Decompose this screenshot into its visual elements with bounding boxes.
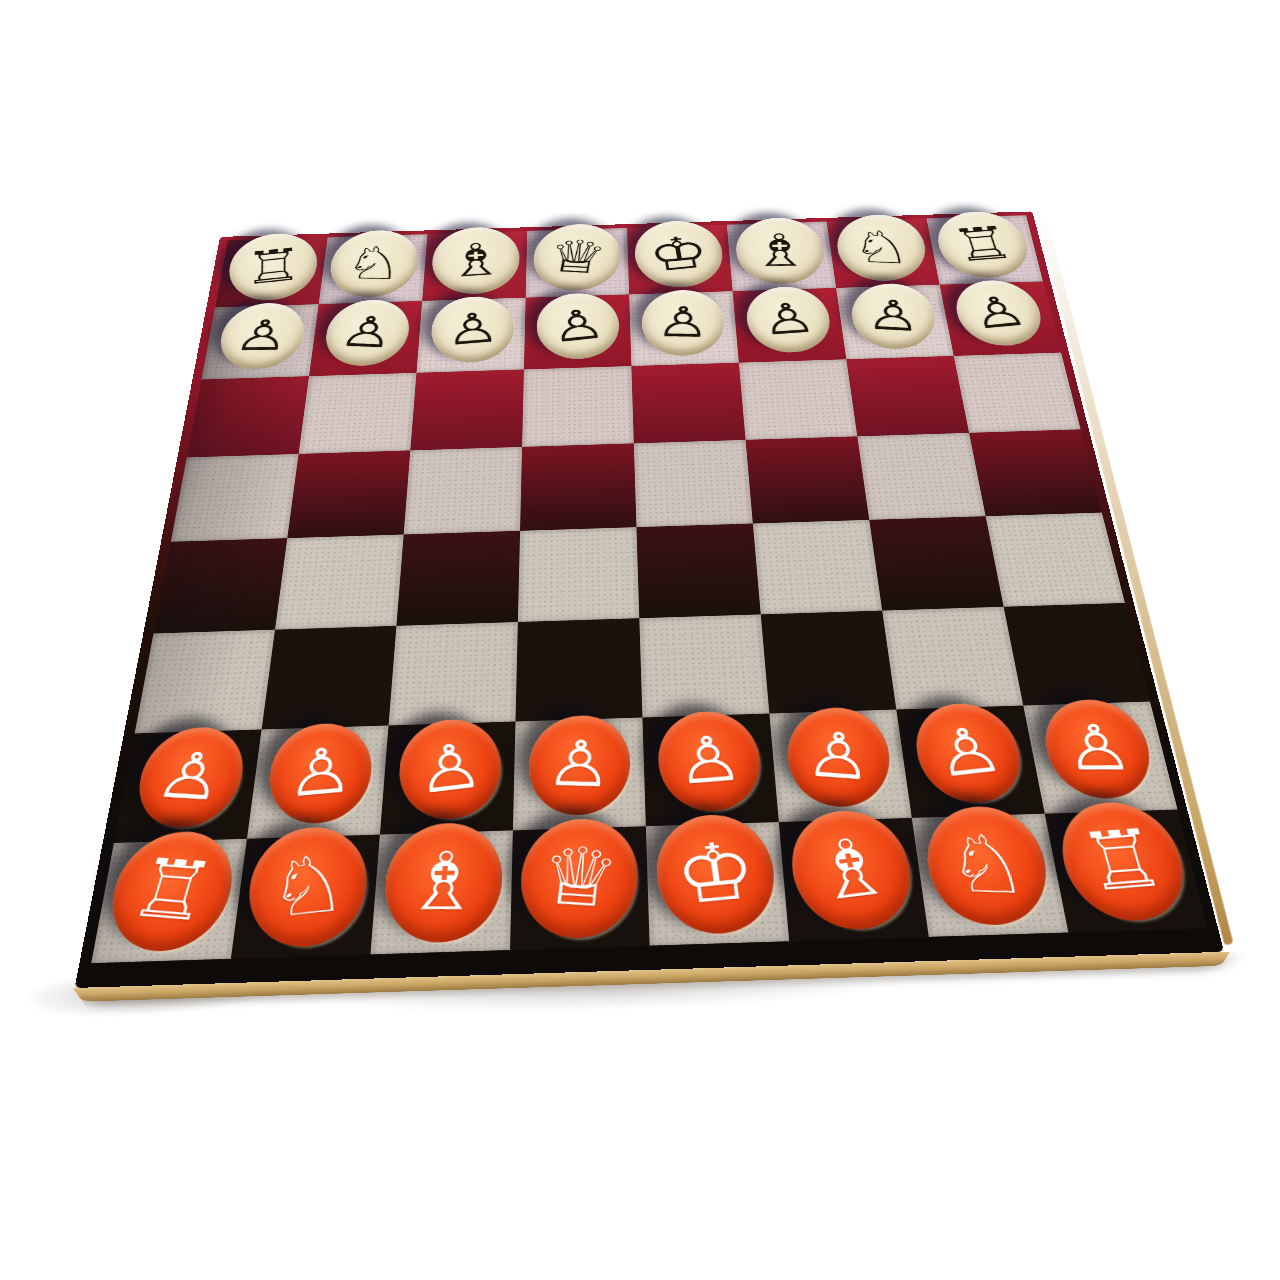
piece-ivory-rook[interactable]: ♖ <box>228 230 317 305</box>
piece-red-knight[interactable]: ♘ <box>247 822 367 953</box>
bishop-icon: ♗ <box>749 228 811 273</box>
square-e1[interactable]: ♔ <box>646 822 789 946</box>
square-b1[interactable]: ♘ <box>231 835 380 959</box>
piece-red-knight[interactable]: ♘ <box>924 805 1053 927</box>
pawn-icon: ♙ <box>758 297 819 342</box>
king-icon: ♔ <box>645 229 712 278</box>
rook-icon: ♖ <box>243 242 303 292</box>
piece-ivory-bishop[interactable]: ♗ <box>735 218 826 285</box>
piece-red-bishop[interactable]: ♗ <box>781 804 923 936</box>
square-e8[interactable]: ♔ <box>627 225 733 295</box>
square-d6[interactable] <box>522 366 634 447</box>
pawn-icon: ♙ <box>804 723 872 791</box>
piece-ivory-pawn[interactable]: ♙ <box>532 290 624 363</box>
square-b4[interactable] <box>275 534 404 629</box>
square-d3[interactable] <box>515 618 642 721</box>
square-f3[interactable] <box>761 611 897 714</box>
pawn-icon: ♙ <box>965 290 1032 336</box>
piece-red-pawn[interactable]: ♙ <box>906 699 1032 808</box>
square-b7[interactable]: ♙ <box>309 301 422 376</box>
square-g1[interactable]: ♘ <box>912 814 1069 937</box>
square-e4[interactable] <box>636 524 760 619</box>
board-grid: ♖♘♗♕♔♗♘♖♙♙♙♙♙♙♙♙♙♙♙♙♙♙♙♙♖♘♗♕♔♗♘♖ <box>91 215 1208 963</box>
square-h8[interactable]: ♖ <box>926 215 1043 284</box>
pawn-icon: ♙ <box>335 311 398 355</box>
queen-icon: ♕ <box>544 233 611 280</box>
pawn-icon: ♙ <box>866 294 920 338</box>
knight-icon: ♘ <box>851 224 911 270</box>
square-a5[interactable] <box>171 454 299 542</box>
piece-red-pawn[interactable]: ♙ <box>785 705 889 811</box>
square-g8[interactable]: ♘ <box>827 218 940 287</box>
square-a4[interactable] <box>154 538 288 633</box>
square-d2[interactable]: ♙ <box>513 717 646 830</box>
pawn-icon: ♙ <box>286 739 354 808</box>
piece-ivory-knight[interactable]: ♘ <box>837 213 926 282</box>
square-a2[interactable]: ♙ <box>114 729 262 842</box>
bishop-icon: ♗ <box>400 842 486 922</box>
pawn-icon: ♙ <box>548 303 608 350</box>
square-h5[interactable] <box>969 429 1102 516</box>
square-a7[interactable]: ♙ <box>202 304 319 379</box>
piece-ivory-bishop[interactable]: ♗ <box>432 225 521 297</box>
piece-red-bishop[interactable]: ♗ <box>379 823 506 942</box>
square-g3[interactable] <box>882 607 1023 710</box>
square-e5[interactable] <box>634 440 753 527</box>
square-c8[interactable]: ♗ <box>422 231 527 301</box>
square-b5[interactable] <box>287 450 410 538</box>
square-g6[interactable] <box>846 356 969 436</box>
square-f1[interactable]: ♗ <box>779 818 929 942</box>
piece-red-pawn[interactable]: ♙ <box>267 720 371 829</box>
square-d8[interactable]: ♕ <box>526 228 629 298</box>
pawn-icon: ♙ <box>927 718 1009 787</box>
square-b3[interactable] <box>262 626 397 730</box>
piece-red-pawn[interactable]: ♙ <box>126 725 253 831</box>
piece-ivory-rook[interactable]: ♖ <box>930 209 1038 281</box>
square-e2[interactable]: ♙ <box>642 714 778 827</box>
square-d7[interactable]: ♙ <box>524 294 631 369</box>
square-a1[interactable]: ♖ <box>91 839 247 964</box>
square-b2[interactable]: ♙ <box>247 725 389 838</box>
pawn-icon: ♙ <box>445 307 501 353</box>
knight-icon: ♘ <box>267 842 348 930</box>
rook-icon: ♖ <box>946 220 1019 269</box>
square-c5[interactable] <box>404 447 522 535</box>
square-c4[interactable] <box>396 531 520 626</box>
bishop-icon: ♗ <box>446 236 506 284</box>
square-c3[interactable] <box>389 622 518 725</box>
piece-ivory-king[interactable]: ♔ <box>630 218 729 291</box>
square-a3[interactable] <box>135 630 275 734</box>
square-f2[interactable]: ♙ <box>769 710 911 823</box>
piece-red-pawn[interactable]: ♙ <box>653 708 766 815</box>
pawn-icon: ♙ <box>543 733 614 798</box>
square-c7[interactable]: ♙ <box>416 298 525 373</box>
square-d4[interactable] <box>518 527 639 622</box>
square-e7[interactable]: ♙ <box>629 291 739 366</box>
piece-ivory-pawn[interactable]: ♙ <box>947 277 1050 349</box>
square-f5[interactable] <box>746 436 870 523</box>
square-e6[interactable] <box>631 363 745 444</box>
square-g4[interactable] <box>869 516 1003 610</box>
queen-icon: ♕ <box>535 836 623 921</box>
square-f6[interactable] <box>739 359 857 440</box>
rook-icon: ♖ <box>1073 818 1174 903</box>
piece-ivory-pawn[interactable]: ♙ <box>430 294 515 366</box>
square-f8[interactable]: ♗ <box>727 222 836 292</box>
pawn-icon: ♙ <box>1059 717 1137 780</box>
pawn-icon: ♙ <box>655 302 710 345</box>
bishop-icon: ♗ <box>803 825 899 914</box>
square-h1[interactable]: ♖ <box>1045 810 1208 933</box>
square-b6[interactable] <box>299 373 417 454</box>
piece-ivory-pawn[interactable]: ♙ <box>742 285 836 356</box>
chess-board: ♖♘♗♕♔♗♘♖♙♙♙♙♙♙♙♙♙♙♙♙♙♙♙♙♖♘♗♕♔♗♘♖ <box>75 211 1224 988</box>
piece-red-rook[interactable]: ♖ <box>1049 798 1198 925</box>
piece-red-king[interactable]: ♔ <box>651 810 783 939</box>
pawn-icon: ♙ <box>149 744 231 811</box>
piece-red-pawn[interactable]: ♙ <box>397 715 505 826</box>
square-a6[interactable] <box>187 376 309 457</box>
piece-red-pawn[interactable]: ♙ <box>1038 700 1158 799</box>
square-g5[interactable] <box>857 433 985 520</box>
square-d5[interactable] <box>520 443 636 530</box>
king-icon: ♔ <box>671 830 761 917</box>
pawn-icon: ♙ <box>672 727 745 795</box>
piece-ivory-queen[interactable]: ♕ <box>527 222 625 293</box>
square-c2[interactable]: ♙ <box>380 721 516 834</box>
knight-icon: ♘ <box>340 241 408 287</box>
square-c6[interactable] <box>410 369 524 450</box>
piece-ivory-pawn[interactable]: ♙ <box>640 290 725 357</box>
piece-red-pawn[interactable]: ♙ <box>524 715 632 817</box>
square-g2[interactable]: ♙ <box>896 706 1044 818</box>
piece-ivory-pawn[interactable]: ♙ <box>851 282 935 352</box>
square-e3[interactable] <box>639 614 769 717</box>
square-b8[interactable]: ♘ <box>319 234 428 304</box>
piece-ivory-pawn[interactable]: ♙ <box>213 303 309 370</box>
rook-icon: ♖ <box>121 848 222 934</box>
square-a8[interactable]: ♖ <box>215 237 327 307</box>
knight-icon: ♘ <box>944 824 1031 906</box>
square-g7[interactable]: ♙ <box>836 285 954 360</box>
photo-background: ♖♘♗♕♔♗♘♖♙♙♙♙♙♙♙♙♙♙♙♙♙♙♙♙♖♘♗♕♔♗♘♖ <box>0 0 1280 1280</box>
pawn-icon: ♙ <box>231 315 293 357</box>
piece-ivory-pawn[interactable]: ♙ <box>318 299 416 368</box>
board-scene: ♖♘♗♕♔♗♘♖♙♙♙♙♙♙♙♙♙♙♙♙♙♙♙♙♖♘♗♕♔♗♘♖ <box>0 0 1280 1280</box>
square-h7[interactable]: ♙ <box>940 281 1062 356</box>
piece-red-queen[interactable]: ♕ <box>513 816 642 942</box>
square-f7[interactable]: ♙ <box>733 288 847 363</box>
square-h3[interactable] <box>1004 603 1151 706</box>
piece-red-rook[interactable]: ♖ <box>96 828 245 956</box>
square-h4[interactable] <box>986 513 1125 607</box>
piece-ivory-knight[interactable]: ♘ <box>324 230 424 298</box>
square-h6[interactable] <box>954 353 1081 433</box>
square-c1[interactable]: ♗ <box>370 830 512 954</box>
square-h2[interactable]: ♙ <box>1023 702 1177 814</box>
square-d1[interactable]: ♕ <box>510 826 650 950</box>
pawn-icon: ♙ <box>415 734 485 805</box>
square-f4[interactable] <box>753 520 882 615</box>
